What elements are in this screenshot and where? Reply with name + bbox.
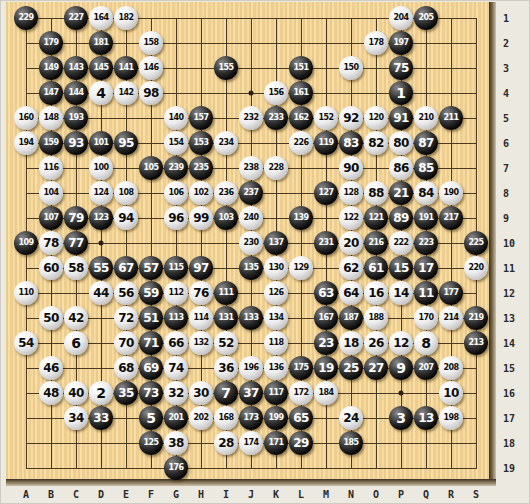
move-number: 118: [269, 339, 284, 347]
white-stone-r8[interactable]: 190: [439, 181, 463, 205]
black-stone-a1[interactable]: 229: [14, 6, 38, 30]
white-stone-k14[interactable]: 118: [264, 331, 288, 355]
black-stone-f7[interactable]: 105: [139, 156, 163, 180]
move-number: 205: [419, 14, 434, 22]
white-stone-h12[interactable]: 76: [189, 281, 213, 305]
white-stone-e14[interactable]: 70: [114, 331, 138, 355]
white-stone-h9[interactable]: 99: [189, 206, 213, 230]
black-stone-m8[interactable]: 127: [314, 181, 338, 205]
move-number: 176: [169, 464, 184, 472]
black-stone-f16[interactable]: 73: [139, 381, 163, 405]
black-stone-e16[interactable]: 35: [114, 381, 138, 405]
black-stone-e3[interactable]: 141: [114, 56, 138, 80]
black-stone-o15[interactable]: 27: [364, 356, 388, 380]
black-stone-c5[interactable]: 193: [64, 106, 88, 130]
white-stone-c14[interactable]: 6: [64, 331, 88, 355]
white-stone-e1[interactable]: 182: [114, 6, 138, 30]
white-stone-k13[interactable]: 134: [264, 306, 288, 330]
white-stone-k11[interactable]: 130: [264, 256, 288, 280]
black-stone-g13[interactable]: 113: [164, 306, 188, 330]
move-number: 46: [43, 362, 59, 374]
white-stone-o8[interactable]: 88: [364, 181, 388, 205]
white-stone-c13[interactable]: 42: [64, 306, 88, 330]
move-number: 24: [343, 412, 359, 424]
board-edge-shadow-bottom: [6, 479, 496, 486]
white-stone-p1[interactable]: 204: [389, 6, 413, 30]
black-stone-p8[interactable]: 21: [389, 181, 413, 205]
black-stone-l18[interactable]: 29: [289, 431, 313, 455]
move-number: 61: [368, 262, 384, 274]
black-stone-n15[interactable]: 25: [339, 356, 363, 380]
white-stone-k15[interactable]: 136: [264, 356, 288, 380]
black-stone-c10[interactable]: 77: [64, 231, 88, 255]
white-stone-e8[interactable]: 108: [114, 181, 138, 205]
black-stone-q9[interactable]: 191: [414, 206, 438, 230]
move-number: 201: [169, 414, 184, 422]
white-stone-n11[interactable]: 62: [339, 256, 363, 280]
white-stone-l16[interactable]: 172: [289, 381, 313, 405]
move-number: 188: [369, 314, 384, 322]
white-stone-n12[interactable]: 64: [339, 281, 363, 305]
move-number: 74: [168, 362, 184, 374]
white-stone-d1[interactable]: 164: [89, 6, 113, 30]
white-stone-n10[interactable]: 20: [339, 231, 363, 255]
move-number: 141: [119, 64, 134, 72]
move-number: 171: [269, 439, 284, 447]
white-stone-j9[interactable]: 240: [239, 206, 263, 230]
row-label-13: 13: [503, 313, 515, 324]
white-stone-o14[interactable]: 26: [364, 331, 388, 355]
move-number: 34: [68, 412, 84, 424]
white-stone-g14[interactable]: 66: [164, 331, 188, 355]
white-stone-d12[interactable]: 44: [89, 281, 113, 305]
black-stone-h11[interactable]: 97: [189, 256, 213, 280]
move-number: 237: [244, 189, 259, 197]
move-number: 102: [194, 189, 209, 197]
black-stone-s13[interactable]: 219: [464, 306, 488, 330]
black-stone-d17[interactable]: 33: [89, 406, 113, 430]
black-stone-q1[interactable]: 205: [414, 6, 438, 30]
white-stone-b13[interactable]: 50: [39, 306, 63, 330]
white-stone-n3[interactable]: 150: [339, 56, 363, 80]
black-stone-f14[interactable]: 71: [139, 331, 163, 355]
move-number: 80: [393, 137, 409, 149]
white-stone-g18[interactable]: 38: [164, 431, 188, 455]
black-stone-f18[interactable]: 125: [139, 431, 163, 455]
move-number: 182: [119, 14, 134, 22]
white-stone-g9[interactable]: 96: [164, 206, 188, 230]
move-number: 222: [394, 239, 409, 247]
move-number: 142: [119, 89, 134, 97]
black-stone-d11[interactable]: 55: [89, 256, 113, 280]
white-stone-q13[interactable]: 170: [414, 306, 438, 330]
black-stone-g11[interactable]: 115: [164, 256, 188, 280]
black-stone-m14[interactable]: 23: [314, 331, 338, 355]
black-stone-m6[interactable]: 119: [314, 131, 338, 155]
black-stone-p15[interactable]: 9: [389, 356, 413, 380]
black-stone-n13[interactable]: 187: [339, 306, 363, 330]
white-stone-e15[interactable]: 68: [114, 356, 138, 380]
move-number: 3: [396, 411, 406, 425]
move-number: 48: [43, 387, 59, 399]
black-stone-m15[interactable]: 19: [314, 356, 338, 380]
black-stone-p17[interactable]: 3: [389, 406, 413, 430]
black-stone-e11[interactable]: 67: [114, 256, 138, 280]
black-stone-b9[interactable]: 107: [39, 206, 63, 230]
move-number: 140: [169, 114, 184, 122]
white-stone-f3[interactable]: 146: [139, 56, 163, 80]
white-stone-p12[interactable]: 14: [389, 281, 413, 305]
white-stone-a6[interactable]: 194: [14, 131, 38, 155]
move-number: 162: [294, 114, 309, 122]
white-stone-j10[interactable]: 230: [239, 231, 263, 255]
white-stone-j7[interactable]: 238: [239, 156, 263, 180]
move-number: 76: [193, 287, 209, 299]
white-stone-g8[interactable]: 106: [164, 181, 188, 205]
move-number: 35: [118, 387, 134, 399]
move-number: 86: [393, 162, 409, 174]
black-stone-f17[interactable]: 5: [139, 406, 163, 430]
white-stone-g5[interactable]: 140: [164, 106, 188, 130]
black-stone-q7[interactable]: 85: [414, 156, 438, 180]
black-stone-j16[interactable]: 37: [239, 381, 263, 405]
black-stone-i16[interactable]: 7: [214, 381, 238, 405]
white-stone-j15[interactable]: 196: [239, 356, 263, 380]
move-number: 63: [318, 287, 334, 299]
move-number: 106: [169, 189, 184, 197]
move-number: 197: [394, 39, 409, 47]
move-number: 216: [369, 239, 384, 247]
white-stone-k12[interactable]: 126: [264, 281, 288, 305]
white-stone-h8[interactable]: 102: [189, 181, 213, 205]
black-stone-k17[interactable]: 199: [264, 406, 288, 430]
black-stone-c6[interactable]: 93: [64, 131, 88, 155]
white-stone-o12[interactable]: 16: [364, 281, 388, 305]
black-stone-f11[interactable]: 57: [139, 256, 163, 280]
black-stone-q10[interactable]: 223: [414, 231, 438, 255]
white-stone-f4[interactable]: 98: [139, 81, 163, 105]
white-stone-o6[interactable]: 82: [364, 131, 388, 155]
black-stone-s14[interactable]: 213: [464, 331, 488, 355]
move-number: 234: [219, 139, 234, 147]
white-stone-r13[interactable]: 214: [439, 306, 463, 330]
white-stone-c17[interactable]: 34: [64, 406, 88, 430]
white-stone-o5[interactable]: 120: [364, 106, 388, 130]
move-number: 145: [94, 64, 109, 72]
black-stone-d9[interactable]: 123: [89, 206, 113, 230]
black-stone-l5[interactable]: 162: [289, 106, 313, 130]
move-number: 220: [469, 264, 484, 272]
black-stone-g17[interactable]: 201: [164, 406, 188, 430]
move-number: 18: [343, 337, 359, 349]
white-stone-c11[interactable]: 58: [64, 256, 88, 280]
black-stone-i13[interactable]: 131: [214, 306, 238, 330]
white-stone-d16[interactable]: 2: [89, 381, 113, 405]
black-stone-p3[interactable]: 75: [389, 56, 413, 80]
move-number: 79: [68, 212, 84, 224]
row-label-6: 6: [503, 138, 509, 149]
white-stone-k4[interactable]: 156: [264, 81, 288, 105]
white-stone-o13[interactable]: 188: [364, 306, 388, 330]
move-number: 184: [319, 389, 334, 397]
move-number: 136: [269, 364, 284, 372]
black-stone-k5[interactable]: 233: [264, 106, 288, 130]
white-stone-m16[interactable]: 184: [314, 381, 338, 405]
black-stone-o10[interactable]: 216: [364, 231, 388, 255]
black-stone-l9[interactable]: 139: [289, 206, 313, 230]
white-stone-e9[interactable]: 94: [114, 206, 138, 230]
white-stone-i14[interactable]: 52: [214, 331, 238, 355]
move-number: 235: [194, 164, 209, 172]
black-stone-a10[interactable]: 109: [14, 231, 38, 255]
black-stone-h5[interactable]: 157: [189, 106, 213, 130]
white-stone-a5[interactable]: 160: [14, 106, 38, 130]
black-stone-q6[interactable]: 87: [414, 131, 438, 155]
move-number: 143: [69, 64, 84, 72]
black-stone-m12[interactable]: 63: [314, 281, 338, 305]
move-number: 94: [118, 212, 134, 224]
white-stone-n5[interactable]: 92: [339, 106, 363, 130]
move-number: 231: [319, 239, 334, 247]
move-number: 88: [368, 187, 384, 199]
move-number: 232: [244, 114, 259, 122]
black-stone-g7[interactable]: 239: [164, 156, 188, 180]
move-number: 196: [244, 364, 259, 372]
black-stone-d2[interactable]: 181: [89, 31, 113, 55]
black-stone-r12[interactable]: 177: [439, 281, 463, 305]
black-stone-b6[interactable]: 159: [39, 131, 63, 155]
move-number: 91: [393, 112, 409, 124]
black-stone-h6[interactable]: 153: [189, 131, 213, 155]
black-stone-m13[interactable]: 167: [314, 306, 338, 330]
column-label-s: S: [473, 489, 479, 500]
black-stone-r9[interactable]: 217: [439, 206, 463, 230]
move-number: 115: [169, 264, 184, 272]
black-stone-r5[interactable]: 211: [439, 106, 463, 130]
white-stone-j5[interactable]: 232: [239, 106, 263, 130]
move-number: 227: [69, 14, 84, 22]
move-number: 160: [19, 114, 34, 122]
move-number: 42: [68, 312, 84, 324]
white-stone-b5[interactable]: 148: [39, 106, 63, 130]
move-number: 146: [144, 64, 159, 72]
white-stone-i18[interactable]: 28: [214, 431, 238, 455]
black-stone-q15[interactable]: 207: [414, 356, 438, 380]
move-number: 26: [368, 337, 384, 349]
white-stone-n17[interactable]: 24: [339, 406, 363, 430]
move-number: 29: [293, 437, 309, 449]
white-stone-b15[interactable]: 46: [39, 356, 63, 380]
black-stone-j11[interactable]: 135: [239, 256, 263, 280]
move-number: 210: [419, 114, 434, 122]
white-stone-g15[interactable]: 74: [164, 356, 188, 380]
white-stone-n9[interactable]: 122: [339, 206, 363, 230]
white-stone-h16[interactable]: 30: [189, 381, 213, 405]
white-stone-b7[interactable]: 116: [39, 156, 63, 180]
white-stone-h14[interactable]: 132: [189, 331, 213, 355]
black-stone-d3[interactable]: 145: [89, 56, 113, 80]
white-stone-h17[interactable]: 202: [189, 406, 213, 430]
white-stone-m5[interactable]: 152: [314, 106, 338, 130]
white-stone-f2[interactable]: 158: [139, 31, 163, 55]
white-stone-q5[interactable]: 210: [414, 106, 438, 130]
black-stone-n18[interactable]: 185: [339, 431, 363, 455]
black-stone-i9[interactable]: 103: [214, 206, 238, 230]
move-number: 93: [68, 137, 84, 149]
white-stone-q8[interactable]: 84: [414, 181, 438, 205]
black-stone-b2[interactable]: 179: [39, 31, 63, 55]
black-stone-h7[interactable]: 235: [189, 156, 213, 180]
black-stone-k10[interactable]: 137: [264, 231, 288, 255]
white-stone-c16[interactable]: 40: [64, 381, 88, 405]
column-label-o: O: [373, 489, 379, 500]
black-stone-k18[interactable]: 171: [264, 431, 288, 455]
move-number: 113: [169, 314, 184, 322]
move-number: 194: [19, 139, 34, 147]
white-stone-b11[interactable]: 60: [39, 256, 63, 280]
black-stone-n6[interactable]: 83: [339, 131, 363, 155]
black-stone-c1[interactable]: 227: [64, 6, 88, 30]
black-stone-c3[interactable]: 143: [64, 56, 88, 80]
white-stone-d7[interactable]: 100: [89, 156, 113, 180]
black-stone-f12[interactable]: 59: [139, 281, 163, 305]
white-stone-n8[interactable]: 128: [339, 181, 363, 205]
row-label-12: 12: [503, 288, 515, 299]
black-stone-q11[interactable]: 17: [414, 256, 438, 280]
black-stone-o11[interactable]: 61: [364, 256, 388, 280]
black-stone-i3[interactable]: 155: [214, 56, 238, 80]
white-stone-b8[interactable]: 104: [39, 181, 63, 205]
black-stone-c9[interactable]: 79: [64, 206, 88, 230]
black-stone-j17[interactable]: 173: [239, 406, 263, 430]
white-stone-e13[interactable]: 72: [114, 306, 138, 330]
white-stone-p14[interactable]: 12: [389, 331, 413, 355]
move-number: 13: [418, 412, 434, 424]
white-stone-i15[interactable]: 36: [214, 356, 238, 380]
white-stone-o2[interactable]: 178: [364, 31, 388, 55]
white-stone-l11[interactable]: 129: [289, 256, 313, 280]
white-stone-p7[interactable]: 86: [389, 156, 413, 180]
white-stone-e12[interactable]: 56: [114, 281, 138, 305]
black-stone-p11[interactable]: 15: [389, 256, 413, 280]
column-label-g: G: [173, 489, 179, 500]
black-stone-j8[interactable]: 237: [239, 181, 263, 205]
black-stone-q12[interactable]: 11: [414, 281, 438, 305]
black-stone-m10[interactable]: 231: [314, 231, 338, 255]
white-stone-h13[interactable]: 114: [189, 306, 213, 330]
white-stone-s11[interactable]: 220: [464, 256, 488, 280]
white-stone-r17[interactable]: 198: [439, 406, 463, 430]
white-stone-l6[interactable]: 226: [289, 131, 313, 155]
move-number: 20: [343, 237, 359, 249]
white-stone-d8[interactable]: 124: [89, 181, 113, 205]
black-stone-c4[interactable]: 144: [64, 81, 88, 105]
move-number: 62: [343, 262, 359, 274]
white-stone-g6[interactable]: 154: [164, 131, 188, 155]
white-stone-g16[interactable]: 32: [164, 381, 188, 405]
white-stone-i8[interactable]: 236: [214, 181, 238, 205]
move-number: 51: [143, 312, 159, 324]
move-number: 238: [244, 164, 259, 172]
black-stone-b3[interactable]: 149: [39, 56, 63, 80]
white-stone-a12[interactable]: 110: [14, 281, 38, 305]
move-number: 219: [469, 314, 484, 322]
black-stone-q17[interactable]: 13: [414, 406, 438, 430]
move-number: 170: [419, 314, 434, 322]
white-stone-g12[interactable]: 112: [164, 281, 188, 305]
black-stone-f15[interactable]: 69: [139, 356, 163, 380]
black-stone-p2[interactable]: 197: [389, 31, 413, 55]
move-number: 57: [143, 262, 159, 274]
black-stone-s10[interactable]: 225: [464, 231, 488, 255]
white-stone-n14[interactable]: 18: [339, 331, 363, 355]
black-stone-l4[interactable]: 161: [289, 81, 313, 105]
white-stone-n7[interactable]: 90: [339, 156, 363, 180]
white-stone-q14[interactable]: 8: [414, 331, 438, 355]
move-number: 198: [444, 414, 459, 422]
black-stone-g19[interactable]: 176: [164, 456, 188, 480]
black-stone-b4[interactable]: 147: [39, 81, 63, 105]
move-number: 157: [194, 114, 209, 122]
black-stone-p5[interactable]: 91: [389, 106, 413, 130]
white-stone-p10[interactable]: 222: [389, 231, 413, 255]
black-stone-e6[interactable]: 95: [114, 131, 138, 155]
black-stone-k16[interactable]: 117: [264, 381, 288, 405]
row-label-16: 16: [503, 388, 515, 399]
black-stone-l3[interactable]: 151: [289, 56, 313, 80]
column-label-j: J: [248, 489, 254, 500]
move-number: 233: [269, 114, 284, 122]
white-stone-p6[interactable]: 80: [389, 131, 413, 155]
move-number: 124: [94, 189, 109, 197]
white-stone-k7[interactable]: 228: [264, 156, 288, 180]
black-stone-f13[interactable]: 51: [139, 306, 163, 330]
move-number: 8: [421, 336, 431, 350]
white-stone-b16[interactable]: 48: [39, 381, 63, 405]
white-stone-r16[interactable]: 10: [439, 381, 463, 405]
move-number: 38: [168, 437, 184, 449]
move-number: 167: [319, 314, 334, 322]
black-stone-p9[interactable]: 89: [389, 206, 413, 230]
black-stone-j13[interactable]: 133: [239, 306, 263, 330]
black-stone-p4[interactable]: 1: [389, 81, 413, 105]
white-stone-e4[interactable]: 142: [114, 81, 138, 105]
black-stone-l15[interactable]: 175: [289, 356, 313, 380]
white-stone-b10[interactable]: 78: [39, 231, 63, 255]
move-number: 84: [418, 187, 434, 199]
white-stone-i17[interactable]: 168: [214, 406, 238, 430]
move-number: 105: [144, 164, 159, 172]
white-stone-d4[interactable]: 4: [89, 81, 113, 105]
column-label-n: N: [348, 489, 354, 500]
move-number: 19: [318, 362, 334, 374]
white-stone-a14[interactable]: 54: [14, 331, 38, 355]
black-stone-d6[interactable]: 101: [89, 131, 113, 155]
move-number: 199: [269, 414, 284, 422]
white-stone-i6[interactable]: 234: [214, 131, 238, 155]
white-stone-r15[interactable]: 208: [439, 356, 463, 380]
move-number: 69: [143, 362, 159, 374]
black-stone-o9[interactable]: 121: [364, 206, 388, 230]
move-number: 33: [93, 412, 109, 424]
white-stone-j18[interactable]: 174: [239, 431, 263, 455]
move-number: 60: [43, 262, 59, 274]
move-number: 228: [269, 164, 284, 172]
black-stone-l17[interactable]: 65: [289, 406, 313, 430]
move-number: 158: [144, 39, 159, 47]
move-number: 236: [219, 189, 234, 197]
black-stone-i12[interactable]: 111: [214, 281, 238, 305]
